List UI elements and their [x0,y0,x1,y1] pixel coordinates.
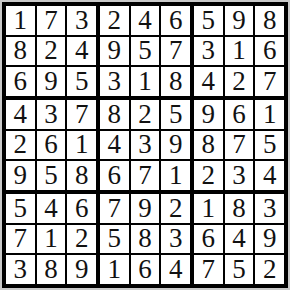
cell-r6c2: 5 [37,161,66,190]
cell-r9c7: 7 [194,255,223,284]
cell-r7c3: 6 [67,194,96,223]
cell-r1c3: 3 [67,6,96,35]
sudoku-diagram: 1738246952469573185983164274372619588254… [0,0,290,290]
box-0-0: 173824695 [6,6,96,96]
cell-r9c3: 9 [67,255,96,284]
cell-r9c2: 8 [37,255,66,284]
cell-r6c4: 6 [100,161,129,190]
cell-r1c2: 7 [37,6,66,35]
cell-r3c8: 2 [225,67,254,96]
cell-r2c9: 6 [255,37,284,66]
cell-r4c4: 8 [100,100,129,129]
cell-r8c3: 2 [67,225,96,254]
cell-r4c2: 3 [37,100,66,129]
cell-r3c7: 4 [194,67,223,96]
cell-r2c7: 3 [194,37,223,66]
cell-r8c9: 9 [255,225,284,254]
box-2-0: 546712389 [6,194,96,284]
cell-r5c3: 1 [67,131,96,160]
cell-r2c8: 1 [225,37,254,66]
cell-r7c8: 8 [225,194,254,223]
cell-r5c2: 6 [37,131,66,160]
cell-r4c8: 6 [225,100,254,129]
cell-r7c6: 2 [161,194,190,223]
cell-r7c5: 9 [131,194,160,223]
box-0-1: 246957318 [100,6,190,96]
cell-r8c8: 4 [225,225,254,254]
cell-r9c5: 6 [131,255,160,284]
cell-r1c4: 2 [100,6,129,35]
cell-r2c5: 5 [131,37,160,66]
box-1-2: 961875234 [194,100,284,190]
cell-r8c5: 8 [131,225,160,254]
cell-r1c7: 5 [194,6,223,35]
cell-r9c4: 1 [100,255,129,284]
cell-r4c6: 5 [161,100,190,129]
cell-r5c9: 5 [255,131,284,160]
cell-r1c5: 4 [131,6,160,35]
cell-r6c6: 1 [161,161,190,190]
cell-r3c6: 8 [161,67,190,96]
cell-r6c9: 4 [255,161,284,190]
sudoku-board: 1738246952469573185983164274372619588254… [2,2,288,288]
cell-r4c5: 2 [131,100,160,129]
cell-r1c8: 9 [225,6,254,35]
cell-r2c6: 7 [161,37,190,66]
cell-r8c1: 7 [6,225,35,254]
cell-r8c2: 1 [37,225,66,254]
cell-r7c4: 7 [100,194,129,223]
cell-r5c5: 3 [131,131,160,160]
cell-r1c1: 1 [6,6,35,35]
cell-r9c8: 5 [225,255,254,284]
cell-r7c1: 5 [6,194,35,223]
cell-r3c4: 3 [100,67,129,96]
cell-r3c1: 6 [6,67,35,96]
cell-r8c6: 3 [161,225,190,254]
cell-r7c2: 4 [37,194,66,223]
box-2-2: 183649752 [194,194,284,284]
box-1-1: 825439671 [100,100,190,190]
cell-r3c3: 5 [67,67,96,96]
cell-r4c3: 7 [67,100,96,129]
cell-r4c9: 1 [255,100,284,129]
cell-r9c6: 4 [161,255,190,284]
cell-r6c8: 3 [225,161,254,190]
cell-r2c4: 9 [100,37,129,66]
cell-r3c2: 9 [37,67,66,96]
box-1-0: 437261958 [6,100,96,190]
cell-r5c4: 4 [100,131,129,160]
cell-r6c5: 7 [131,161,160,190]
cell-r1c6: 6 [161,6,190,35]
cell-r4c1: 4 [6,100,35,129]
cell-r2c3: 4 [67,37,96,66]
cell-r7c9: 3 [255,194,284,223]
cell-r5c6: 9 [161,131,190,160]
cell-r8c7: 6 [194,225,223,254]
cell-r9c9: 2 [255,255,284,284]
cell-r5c7: 8 [194,131,223,160]
box-0-2: 598316427 [194,6,284,96]
cell-r3c9: 7 [255,67,284,96]
cell-r5c1: 2 [6,131,35,160]
box-2-1: 792583164 [100,194,190,284]
cell-r6c3: 8 [67,161,96,190]
cell-r8c4: 5 [100,225,129,254]
cell-r1c9: 8 [255,6,284,35]
cell-r3c5: 1 [131,67,160,96]
cell-r6c1: 9 [6,161,35,190]
cell-r2c2: 2 [37,37,66,66]
cell-r2c1: 8 [6,37,35,66]
cell-r9c1: 3 [6,255,35,284]
cell-r6c7: 2 [194,161,223,190]
cell-r4c7: 9 [194,100,223,129]
cell-r7c7: 1 [194,194,223,223]
cell-r5c8: 7 [225,131,254,160]
